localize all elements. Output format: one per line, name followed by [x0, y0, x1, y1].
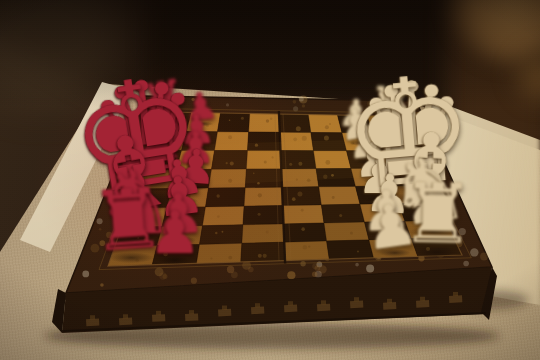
film-grain-overlay [0, 0, 540, 360]
museum-chess-scene: ♜♟♟♜♞♟♟♞♝♟♟♝♛♟♟♛♚♟♟♚♝♟♟♝♞♟♟♞♜♟♟♜ [0, 0, 540, 360]
